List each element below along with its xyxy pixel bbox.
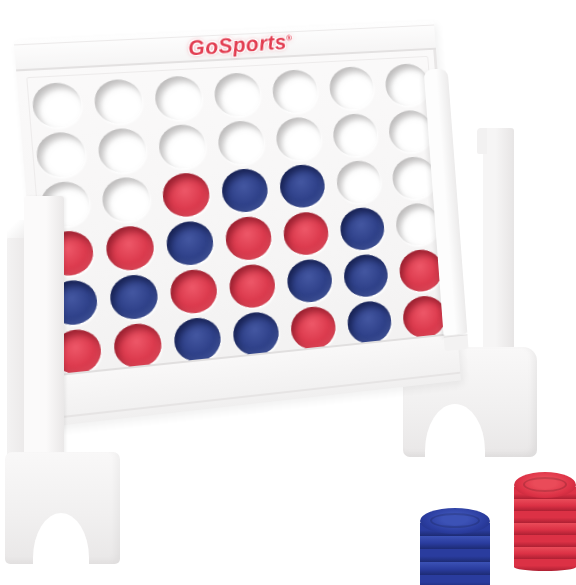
red-disc-edge [514,523,576,535]
board-cell-r3c3-red-disc[interactable] [161,172,211,219]
connect-four-board: GoSports® [14,21,461,428]
red-disc-ring [523,477,568,492]
board-cell-r5c6-blue-disc[interactable] [343,253,390,299]
board-cell-r3c2-empty[interactable] [101,176,152,223]
board-cell-r1c4-empty[interactable] [213,72,262,118]
left-foot [5,452,120,564]
blue-disc-edge [420,575,490,585]
board-cell-r4c4-red-disc[interactable] [224,215,273,262]
board-cell-r4c5-red-disc[interactable] [282,211,330,257]
board-cell-r2c5-empty[interactable] [275,116,323,161]
board-cell-r1c5-empty[interactable] [271,69,319,114]
registered-trademark-icon: ® [286,33,293,42]
blue-disc-edge [420,549,490,562]
board-cell-r2c2-empty[interactable] [97,127,148,174]
red-disc-edge [514,547,576,559]
board-cell-r6c2-red-disc[interactable] [113,322,163,370]
board-cell-r5c3-red-disc[interactable] [169,268,219,315]
board-cell-r1c6-empty[interactable] [328,66,375,111]
red-disc-edge [514,511,576,523]
board-cell-r3c5-blue-disc[interactable] [279,163,327,209]
brand-logo: GoSports® [187,29,294,60]
blue-disc-ring [430,513,480,528]
board-cell-r3c6-empty[interactable] [335,159,382,204]
board-cell-r5c5-blue-disc[interactable] [286,258,334,304]
left-foot-arch-cutout [33,513,89,565]
product-photo-scene: GoSports® [0,0,576,585]
board-grid [31,63,447,377]
board-cell-r2c6-empty[interactable] [332,113,379,158]
board-cell-r6c4-blue-disc[interactable] [232,310,280,357]
right-foot-arch-cutout [425,404,485,458]
board-cell-r3c4-blue-disc[interactable] [221,167,270,213]
board-cell-r1c2-empty[interactable] [93,78,144,125]
left-leg-post [24,196,64,476]
board-cell-r2c4-empty[interactable] [217,120,266,166]
board-cell-r4c2-red-disc[interactable] [105,224,156,272]
red-disc-edge [514,559,576,571]
blue-disc-edge [420,536,490,549]
board-cell-r5c2-blue-disc[interactable] [109,273,160,321]
board-cell-r2c1-empty[interactable] [35,131,87,179]
board-cell-r6c3-blue-disc[interactable] [173,316,222,364]
red-disc-edge [514,499,576,511]
blue-disc-top-face [420,508,490,534]
board-cell-r6c5-red-disc[interactable] [290,305,337,352]
brand-name: GoSports [187,30,287,60]
board-cell-r1c1-empty[interactable] [31,82,83,129]
board-cell-r2c3-empty[interactable] [157,123,207,169]
right-leg-post [483,128,514,368]
board-cell-r6c6-blue-disc[interactable] [346,299,393,345]
board-cell-r4c6-blue-disc[interactable] [339,206,386,252]
board-cell-r4c3-blue-disc[interactable] [165,220,215,267]
board-cell-r1c3-empty[interactable] [154,75,204,121]
red-disc-stack[interactable] [514,472,576,571]
red-disc-edge [514,535,576,547]
blue-disc-edge [420,562,490,575]
blue-disc-stack[interactable] [420,508,490,585]
board-cell-r5c4-red-disc[interactable] [228,263,277,310]
red-disc-top-face [514,472,576,498]
board-cell-r1c7-empty[interactable] [384,63,430,107]
